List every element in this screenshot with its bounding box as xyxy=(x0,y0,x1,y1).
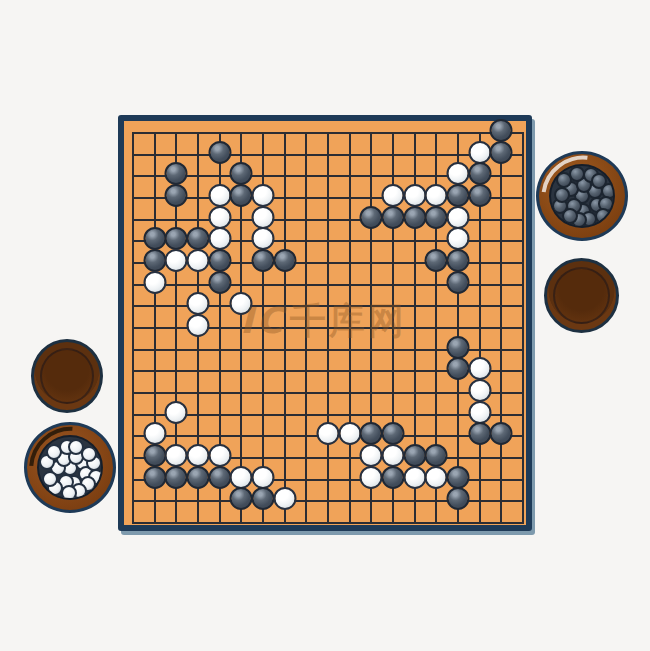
white-stone[interactable] xyxy=(208,184,231,207)
black-stone[interactable] xyxy=(230,487,253,510)
grid-line-vertical xyxy=(349,132,351,524)
black-stone[interactable] xyxy=(165,184,188,207)
black-stone[interactable] xyxy=(382,466,405,489)
black-stone[interactable] xyxy=(230,184,253,207)
black-stone[interactable] xyxy=(490,141,513,164)
bowl-black-stones[interactable] xyxy=(536,151,628,241)
black-stone[interactable] xyxy=(187,466,210,489)
black-stone[interactable] xyxy=(143,466,166,489)
white-stone[interactable] xyxy=(317,422,340,445)
grid-line-horizontal xyxy=(132,522,524,524)
bowl-white-stone xyxy=(61,485,77,500)
black-stone[interactable] xyxy=(252,249,275,272)
black-stone[interactable] xyxy=(447,271,470,294)
white-stone[interactable] xyxy=(403,184,426,207)
black-stone[interactable] xyxy=(382,422,405,445)
white-stone[interactable] xyxy=(403,466,426,489)
white-stone[interactable] xyxy=(447,227,470,250)
black-stone[interactable] xyxy=(165,162,188,185)
bowl-black-well xyxy=(549,164,615,228)
black-stone[interactable] xyxy=(382,206,405,229)
black-stone[interactable] xyxy=(403,206,426,229)
bowl-black-stone xyxy=(595,208,611,224)
black-stone[interactable] xyxy=(447,336,470,359)
bowl-white-well xyxy=(37,435,103,500)
black-stone[interactable] xyxy=(403,444,426,467)
white-stone[interactable] xyxy=(187,444,210,467)
black-stone[interactable] xyxy=(468,184,491,207)
white-stone[interactable] xyxy=(425,466,448,489)
white-stone[interactable] xyxy=(252,206,275,229)
white-stone[interactable] xyxy=(252,184,275,207)
white-stone[interactable] xyxy=(208,227,231,250)
white-stone[interactable] xyxy=(187,314,210,337)
black-stone[interactable] xyxy=(208,271,231,294)
white-stone[interactable] xyxy=(143,422,166,445)
white-stone[interactable] xyxy=(165,401,188,424)
bowl-white-stone xyxy=(42,471,58,487)
grid-line-vertical xyxy=(522,132,524,524)
black-stone[interactable] xyxy=(490,422,513,445)
black-stone[interactable] xyxy=(143,444,166,467)
white-stone[interactable] xyxy=(230,292,253,315)
black-stone[interactable] xyxy=(187,227,210,250)
white-stone[interactable] xyxy=(382,444,405,467)
white-stone[interactable] xyxy=(252,466,275,489)
black-stone[interactable] xyxy=(425,206,448,229)
white-stone[interactable] xyxy=(338,422,361,445)
white-stone[interactable] xyxy=(447,162,470,185)
black-stone[interactable] xyxy=(447,249,470,272)
go-board[interactable] xyxy=(118,115,532,531)
bowl-black-stone xyxy=(554,187,570,203)
bowl-black-stone xyxy=(591,173,607,189)
black-stone[interactable] xyxy=(165,227,188,250)
black-stone[interactable] xyxy=(208,249,231,272)
black-stone[interactable] xyxy=(252,487,275,510)
white-stone[interactable] xyxy=(273,487,296,510)
white-stone[interactable] xyxy=(468,141,491,164)
black-stone[interactable] xyxy=(143,227,166,250)
white-stone[interactable] xyxy=(143,271,166,294)
go-illustration-scene: IC千库网 xyxy=(0,0,650,651)
bowl-white-stone xyxy=(81,446,97,462)
grid-line-horizontal xyxy=(132,414,524,416)
white-stone[interactable] xyxy=(360,466,383,489)
bowl-empty-right[interactable] xyxy=(544,258,619,333)
white-stone[interactable] xyxy=(187,249,210,272)
black-stone[interactable] xyxy=(447,487,470,510)
white-stone[interactable] xyxy=(360,444,383,467)
white-stone[interactable] xyxy=(382,184,405,207)
black-stone[interactable] xyxy=(208,466,231,489)
black-stone[interactable] xyxy=(447,357,470,380)
black-stone[interactable] xyxy=(230,162,253,185)
black-stone[interactable] xyxy=(447,184,470,207)
black-stone[interactable] xyxy=(425,444,448,467)
white-stone[interactable] xyxy=(468,357,491,380)
black-stone[interactable] xyxy=(425,249,448,272)
white-stone[interactable] xyxy=(208,206,231,229)
black-stone[interactable] xyxy=(165,466,188,489)
white-stone[interactable] xyxy=(447,206,470,229)
grid-line-horizontal xyxy=(132,392,524,394)
black-stone[interactable] xyxy=(143,249,166,272)
white-stone[interactable] xyxy=(165,444,188,467)
white-stone[interactable] xyxy=(425,184,448,207)
black-stone[interactable] xyxy=(447,466,470,489)
white-stone[interactable] xyxy=(165,249,188,272)
black-stone[interactable] xyxy=(490,119,513,142)
black-stone[interactable] xyxy=(273,249,296,272)
black-stone[interactable] xyxy=(360,422,383,445)
black-stone[interactable] xyxy=(468,422,491,445)
bowl-empty-left[interactable] xyxy=(31,339,103,413)
bowl-white-stones[interactable] xyxy=(24,422,116,513)
black-stone[interactable] xyxy=(208,141,231,164)
white-stone[interactable] xyxy=(187,292,210,315)
white-stone[interactable] xyxy=(468,401,491,424)
board-grid[interactable] xyxy=(133,133,523,523)
white-stone[interactable] xyxy=(252,227,275,250)
black-stone[interactable] xyxy=(360,206,383,229)
white-stone[interactable] xyxy=(208,444,231,467)
white-stone[interactable] xyxy=(468,379,491,402)
grid-line-vertical xyxy=(500,132,502,524)
black-stone[interactable] xyxy=(468,162,491,185)
white-stone[interactable] xyxy=(230,466,253,489)
